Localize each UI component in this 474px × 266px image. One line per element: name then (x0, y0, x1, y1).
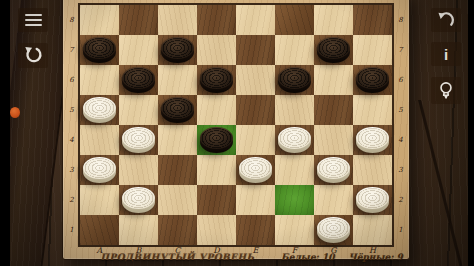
square-h4[interactable] (353, 125, 392, 155)
square-d7[interactable] (197, 35, 236, 65)
square-e1[interactable] (236, 215, 275, 245)
rank-label-1: 1 (63, 215, 80, 245)
square-a4[interactable] (80, 125, 119, 155)
square-e7[interactable] (236, 35, 275, 65)
square-f7[interactable] (275, 35, 314, 65)
square-a5[interactable] (80, 95, 119, 125)
square-b3[interactable] (119, 155, 158, 185)
square-f1[interactable] (275, 215, 314, 245)
square-h1[interactable] (353, 215, 392, 245)
rank-label-5: 5 (63, 95, 80, 125)
square-b2[interactable] (119, 185, 158, 215)
square-a6[interactable] (80, 65, 119, 95)
square-e3[interactable] (236, 155, 275, 185)
rank-labels-left: 87654321 (63, 5, 80, 245)
rank-label-8: 8 (63, 5, 80, 35)
rank-label-4: 4 (63, 125, 80, 155)
square-c4[interactable] (158, 125, 197, 155)
square-f3[interactable] (275, 155, 314, 185)
square-g7[interactable] (314, 35, 353, 65)
square-f8[interactable] (275, 5, 314, 35)
square-b7[interactable] (119, 35, 158, 65)
white-piece-g3[interactable] (317, 157, 350, 183)
undo-button[interactable] (431, 8, 461, 32)
square-e4[interactable] (236, 125, 275, 155)
white-piece-g1[interactable] (317, 217, 350, 243)
white-piece-f4[interactable] (278, 127, 311, 153)
rank-label-4: 4 (392, 125, 409, 155)
menu-button[interactable] (18, 8, 48, 32)
square-d3[interactable] (197, 155, 236, 185)
white-piece-h4[interactable] (356, 127, 389, 153)
square-b4[interactable] (119, 125, 158, 155)
white-piece-a5[interactable] (83, 97, 116, 123)
square-h6[interactable] (353, 65, 392, 95)
board-grid (80, 5, 392, 245)
white-count: Белые: 10 (281, 252, 335, 262)
hint-button[interactable] (431, 77, 461, 104)
square-a3[interactable] (80, 155, 119, 185)
square-c5[interactable] (158, 95, 197, 125)
square-g5[interactable] (314, 95, 353, 125)
square-c1[interactable] (158, 215, 197, 245)
app-screen: ABCDEFGH ABCDEFGH 87654321 87654321 ПРОД… (0, 0, 474, 266)
black-piece-h6[interactable] (356, 67, 389, 93)
board-frame: ABCDEFGH ABCDEFGH 87654321 87654321 (62, 0, 410, 260)
black-piece-a7[interactable] (83, 37, 116, 63)
info-icon: i (444, 47, 448, 62)
undo-icon (436, 10, 457, 31)
square-c6[interactable] (158, 65, 197, 95)
square-d8[interactable] (197, 5, 236, 35)
white-piece-a3[interactable] (83, 157, 116, 183)
square-c7[interactable] (158, 35, 197, 65)
black-piece-b6[interactable] (122, 67, 155, 93)
square-c3[interactable] (158, 155, 197, 185)
square-f2[interactable] (275, 185, 314, 215)
square-f5[interactable] (275, 95, 314, 125)
square-f6[interactable] (275, 65, 314, 95)
square-d5[interactable] (197, 95, 236, 125)
square-c8[interactable] (158, 5, 197, 35)
black-piece-d6[interactable] (200, 67, 233, 93)
rank-label-6: 6 (392, 65, 409, 95)
rank-label-2: 2 (392, 185, 409, 215)
rank-label-1: 1 (392, 215, 409, 245)
black-piece-c5[interactable] (161, 97, 194, 123)
square-h7[interactable] (353, 35, 392, 65)
square-h3[interactable] (353, 155, 392, 185)
rank-label-5: 5 (392, 95, 409, 125)
rotate-board-icon (23, 45, 44, 66)
square-a2[interactable] (80, 185, 119, 215)
square-e6[interactable] (236, 65, 275, 95)
square-e8[interactable] (236, 5, 275, 35)
square-a8[interactable] (80, 5, 119, 35)
rank-label-8: 8 (392, 5, 409, 35)
rank-label-3: 3 (392, 155, 409, 185)
square-g2[interactable] (314, 185, 353, 215)
hint-bulb-icon (435, 79, 457, 102)
square-g3[interactable] (314, 155, 353, 185)
square-b8[interactable] (119, 5, 158, 35)
black-piece-g7[interactable] (317, 37, 350, 63)
rank-label-3: 3 (63, 155, 80, 185)
square-h8[interactable] (353, 5, 392, 35)
wood-knot (10, 107, 20, 118)
info-button[interactable]: i (431, 42, 461, 66)
white-piece-b4[interactable] (122, 127, 155, 153)
square-g1[interactable] (314, 215, 353, 245)
square-g6[interactable] (314, 65, 353, 95)
square-h2[interactable] (353, 185, 392, 215)
level-label: ПРОДВИНУТЫЙ УРОВЕНЬ (60, 252, 295, 262)
white-piece-e3[interactable] (239, 157, 272, 183)
hamburger-menu-icon (25, 11, 42, 29)
square-f4[interactable] (275, 125, 314, 155)
square-g4[interactable] (314, 125, 353, 155)
black-piece-c7[interactable] (161, 37, 194, 63)
square-e2[interactable] (236, 185, 275, 215)
square-b5[interactable] (119, 95, 158, 125)
white-piece-b2[interactable] (122, 187, 155, 213)
square-b6[interactable] (119, 65, 158, 95)
black-piece-f6[interactable] (278, 67, 311, 93)
rotate-board-button[interactable] (18, 43, 48, 68)
square-b1[interactable] (119, 215, 158, 245)
square-d1[interactable] (197, 215, 236, 245)
white-piece-h2[interactable] (356, 187, 389, 213)
square-e5[interactable] (236, 95, 275, 125)
rank-label-7: 7 (63, 35, 80, 65)
rank-label-6: 6 (63, 65, 80, 95)
piece-counters: Белые: 10 Чёрные: 9 (272, 252, 412, 262)
square-d4[interactable] (197, 125, 236, 155)
square-a1[interactable] (80, 215, 119, 245)
square-g8[interactable] (314, 5, 353, 35)
letterbox-right (468, 0, 474, 266)
rank-label-2: 2 (63, 185, 80, 215)
rank-label-7: 7 (392, 35, 409, 65)
square-d2[interactable] (197, 185, 236, 215)
square-c2[interactable] (158, 185, 197, 215)
square-d6[interactable] (197, 65, 236, 95)
square-h5[interactable] (353, 95, 392, 125)
rank-labels-right: 87654321 (392, 5, 409, 245)
black-piece-d4[interactable] (200, 127, 233, 153)
black-count: Чёрные: 9 (349, 252, 403, 262)
square-a7[interactable] (80, 35, 119, 65)
letterbox-left (0, 0, 10, 266)
